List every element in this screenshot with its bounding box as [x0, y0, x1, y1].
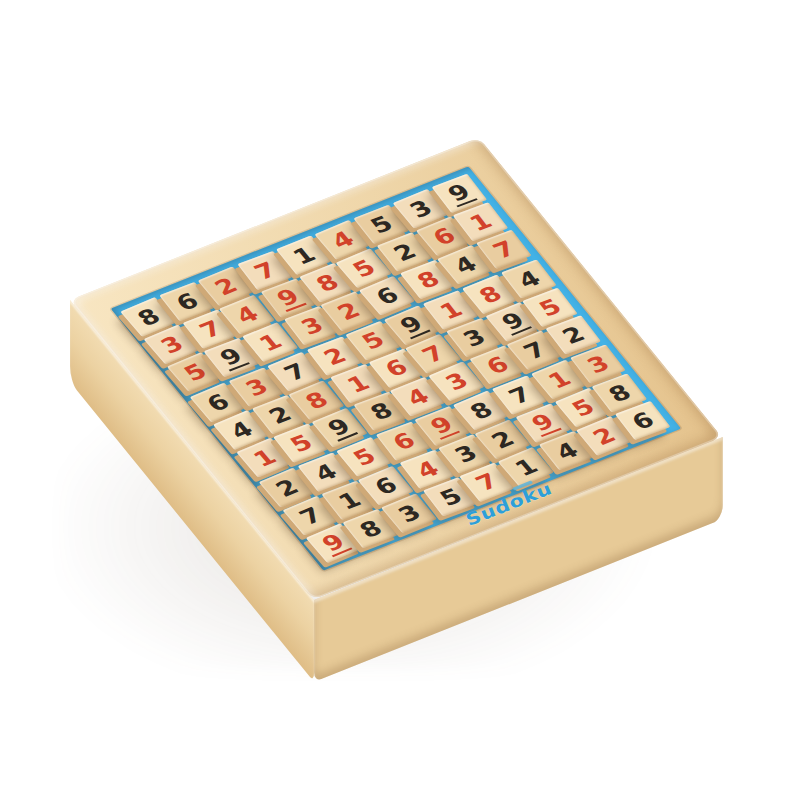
- tile-digit: 7: [194, 316, 228, 341]
- tile-digit: 9: [526, 409, 562, 437]
- tile-digit: 2: [388, 239, 422, 264]
- tile-digit: 5: [356, 328, 390, 353]
- tile-digit: 4: [326, 227, 360, 253]
- tile-digit: 1: [287, 243, 321, 268]
- tile-digit: 8: [354, 516, 388, 541]
- tile-digit: 4: [309, 460, 343, 485]
- tile-digit: 7: [278, 359, 312, 385]
- tile-digit: 4: [512, 266, 546, 291]
- tile-digit: 1: [247, 445, 281, 471]
- tile-digit: 8: [464, 398, 498, 424]
- tile-digit: 6: [201, 390, 235, 416]
- tile-digit: 4: [550, 438, 584, 463]
- tile-digit: 1: [542, 367, 576, 393]
- tile-digit: 7: [487, 237, 521, 262]
- tile-digit: 5: [565, 395, 599, 421]
- tile-digit: 8: [364, 399, 398, 424]
- tile-digit: 9: [394, 311, 430, 339]
- tile-digit: 2: [263, 402, 297, 427]
- tile-digit: 4: [230, 302, 264, 328]
- tile-digit: 6: [481, 352, 515, 377]
- tile-digit: 6: [170, 289, 204, 314]
- tile-digit: 5: [284, 430, 318, 455]
- tile-digit: 2: [485, 426, 519, 452]
- tile-digit: 9: [271, 285, 306, 313]
- tile-digit: 2: [209, 273, 243, 299]
- tile-digit: 3: [449, 441, 483, 466]
- tile-digit: 9: [495, 308, 531, 336]
- tile-digit: 9: [316, 529, 352, 557]
- tile-digit: 3: [155, 332, 189, 358]
- tile-digit: 1: [464, 209, 498, 234]
- tile-digit: 5: [533, 295, 567, 320]
- tile-digit: 7: [416, 341, 450, 367]
- tile-digit: 2: [270, 475, 304, 501]
- tile-digit: 9: [442, 180, 477, 208]
- tile-digit: 8: [300, 387, 334, 413]
- tile-digit: 1: [341, 371, 375, 396]
- tile-digit: 3: [581, 352, 615, 377]
- tile-digit: 9: [322, 414, 358, 442]
- tile-digit: 4: [448, 252, 482, 278]
- tile-digit: 5: [347, 256, 381, 282]
- tile-digit: 1: [254, 330, 288, 356]
- tile-digit: 3: [295, 313, 329, 338]
- tile-digit: 3: [440, 369, 474, 395]
- tile-digit: 1: [332, 487, 366, 512]
- product-photo: 8623745917149853265392618476374281592591…: [0, 0, 800, 800]
- tile-digit: 4: [410, 456, 444, 481]
- tile-digit: 3: [403, 196, 437, 222]
- tile-digit: 6: [626, 408, 660, 433]
- tile-digit: 7: [248, 258, 282, 283]
- tile-digit: 8: [310, 270, 344, 295]
- tile-digit: 3: [457, 325, 491, 350]
- tile-digit: 8: [131, 304, 165, 330]
- tile-digit: 8: [473, 282, 507, 308]
- tile-digit: 5: [348, 444, 382, 470]
- tile-digit: 7: [503, 382, 537, 407]
- tile-digit: 3: [392, 500, 426, 526]
- tile-digit: 9: [214, 344, 250, 372]
- tile-digit: 7: [293, 503, 327, 529]
- tile-digit: 6: [369, 473, 403, 499]
- tile-digit: 5: [365, 212, 399, 237]
- tile-digit: 2: [332, 299, 366, 324]
- tile-digit: 8: [412, 267, 446, 292]
- tile-digit: 4: [401, 384, 435, 409]
- tile-digit: 2: [318, 343, 352, 368]
- tile-digit: 7: [517, 338, 551, 364]
- tile-digit: 5: [434, 484, 468, 509]
- tile-digit: 7: [470, 470, 504, 495]
- tile-digit: 1: [434, 297, 468, 322]
- tile-digit: 9: [425, 412, 461, 440]
- tile-digit: 2: [587, 423, 621, 449]
- tile-digit: 8: [602, 380, 636, 405]
- tile-digit: 1: [509, 454, 543, 480]
- tile-digit: 6: [387, 429, 421, 454]
- tile-digit: 6: [370, 283, 404, 309]
- tile-digit: 2: [556, 322, 590, 347]
- tile-digit: 5: [178, 359, 212, 385]
- tile-digit: 6: [427, 224, 461, 250]
- tile-digit: 6: [380, 356, 414, 381]
- tile-digit: 4: [224, 417, 258, 443]
- tile-digit: 3: [240, 374, 274, 399]
